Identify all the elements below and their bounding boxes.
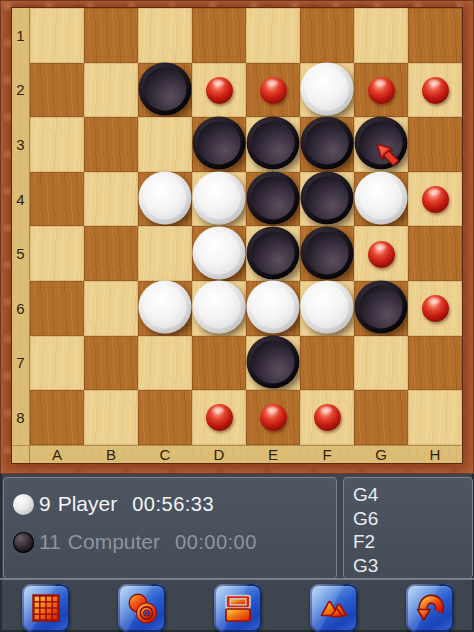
square-D6[interactable] (192, 281, 246, 336)
white-disc (301, 62, 354, 115)
square-A2[interactable] (30, 63, 84, 118)
file-label-B: B (84, 445, 138, 463)
legal-move-hint[interactable] (314, 404, 341, 431)
board-grid-button[interactable] (22, 584, 70, 632)
square-F1[interactable] (300, 8, 354, 63)
square-F2[interactable] (300, 63, 354, 118)
rank-label-5: 5 (12, 226, 30, 281)
square-E6[interactable] (246, 281, 300, 336)
square-B7[interactable] (84, 336, 138, 391)
black-disc (139, 62, 192, 115)
square-B4[interactable] (84, 172, 138, 227)
white-disc (139, 172, 192, 225)
square-H2[interactable] (408, 63, 462, 118)
square-A6[interactable] (30, 281, 84, 336)
coord-corner (12, 445, 30, 463)
square-C4[interactable] (138, 172, 192, 227)
black-disc (247, 335, 300, 388)
square-H4[interactable] (408, 172, 462, 227)
undo-arrow-icon (414, 592, 446, 624)
white-disc (139, 281, 192, 334)
square-D5[interactable] (192, 226, 246, 281)
square-A3[interactable] (30, 117, 84, 172)
legal-move-hint[interactable] (422, 77, 449, 104)
square-E8[interactable] (246, 390, 300, 445)
move-entry[interactable]: G4 (353, 483, 472, 507)
black-disc (247, 226, 300, 279)
white-disc (193, 226, 246, 279)
square-G1[interactable] (354, 8, 408, 63)
piece-count: 11 (39, 530, 61, 554)
white-disc (247, 281, 300, 334)
black-disc (355, 281, 408, 334)
square-F3[interactable] (300, 117, 354, 172)
square-F4[interactable] (300, 172, 354, 227)
file-label-H: H (408, 445, 462, 463)
square-H1[interactable] (408, 8, 462, 63)
legal-move-hint[interactable] (422, 295, 449, 322)
player-row-computer: 11Computer00:00:00 (4, 523, 336, 561)
square-E2[interactable] (246, 63, 300, 118)
black-disc (301, 172, 354, 225)
black-disc (247, 172, 300, 225)
square-C8[interactable] (138, 390, 192, 445)
player-name: Computer (68, 530, 160, 554)
square-F6[interactable] (300, 281, 354, 336)
moves-panel: G4G6F2G3 (343, 477, 473, 579)
square-H6[interactable] (408, 281, 462, 336)
legal-move-hint[interactable] (368, 77, 395, 104)
square-A5[interactable] (30, 226, 84, 281)
square-G4[interactable] (354, 172, 408, 227)
square-G7[interactable] (354, 336, 408, 391)
rank-label-1: 1 (12, 8, 30, 63)
white-disc-icon (13, 494, 34, 515)
undo-button[interactable] (406, 584, 454, 632)
square-F7[interactable] (300, 336, 354, 391)
square-G5[interactable] (354, 226, 408, 281)
square-E3[interactable] (246, 117, 300, 172)
pieces-icon (126, 592, 158, 624)
square-A4[interactable] (30, 172, 84, 227)
rank-label-4: 4 (12, 172, 30, 227)
square-H7[interactable] (408, 336, 462, 391)
white-disc (301, 281, 354, 334)
square-B1[interactable] (84, 8, 138, 63)
square-C1[interactable] (138, 8, 192, 63)
white-disc (355, 172, 408, 225)
reversi-board: 123 45678ABCDEFGH (0, 0, 474, 474)
square-F8[interactable] (300, 390, 354, 445)
black-disc-icon (13, 532, 34, 553)
black-disc (301, 117, 354, 170)
square-G6[interactable] (354, 281, 408, 336)
square-D8[interactable] (192, 390, 246, 445)
legal-move-hint[interactable] (206, 77, 233, 104)
square-B3[interactable] (84, 117, 138, 172)
legal-move-hint[interactable] (206, 404, 233, 431)
square-H5[interactable] (408, 226, 462, 281)
player-name: Player (58, 492, 118, 516)
file-label-F: F (300, 445, 354, 463)
square-B5[interactable] (84, 226, 138, 281)
legal-move-hint[interactable] (422, 186, 449, 213)
players-panel: 9Player00:56:3311Computer00:00:00 (3, 477, 337, 579)
square-A1[interactable] (30, 8, 84, 63)
square-G2[interactable] (354, 63, 408, 118)
file-label-G: G (354, 445, 408, 463)
rank-label-7: 7 (12, 336, 30, 391)
square-H3[interactable] (408, 117, 462, 172)
move-list: G4G6F2G3 (344, 478, 472, 577)
legal-move-hint[interactable] (368, 241, 395, 268)
window-icon (222, 592, 254, 624)
rank-label-8: 8 (12, 390, 30, 445)
cursor-arrow-icon (374, 141, 402, 169)
square-G3[interactable] (354, 117, 408, 172)
file-label-D: D (192, 445, 246, 463)
grid-icon (30, 592, 62, 624)
square-C2[interactable] (138, 63, 192, 118)
square-G8[interactable] (354, 390, 408, 445)
file-label-A: A (30, 445, 84, 463)
square-D7[interactable] (192, 336, 246, 391)
move-entry[interactable]: G6 (353, 507, 472, 531)
player-clock: 00:56:33 (132, 493, 214, 516)
rank-label-2: 2 (12, 63, 30, 118)
legal-move-hint[interactable] (260, 77, 287, 104)
square-E7[interactable] (246, 336, 300, 391)
square-D4[interactable] (192, 172, 246, 227)
board-grid: 123 45678ABCDEFGH (12, 8, 462, 463)
file-label-E: E (246, 445, 300, 463)
black-disc (301, 226, 354, 279)
white-disc (193, 172, 246, 225)
square-A7[interactable] (30, 336, 84, 391)
square-A8[interactable] (30, 390, 84, 445)
black-disc (247, 117, 300, 170)
square-B2[interactable] (84, 63, 138, 118)
player-clock: 00:00:00 (175, 531, 257, 554)
toolbar (0, 580, 474, 632)
black-disc (193, 117, 246, 170)
square-D2[interactable] (192, 63, 246, 118)
square-B8[interactable] (84, 390, 138, 445)
square-D3[interactable] (192, 117, 246, 172)
white-disc (193, 281, 246, 334)
piece-count: 9 (39, 492, 51, 516)
square-E4[interactable] (246, 172, 300, 227)
rank-label-3: 3 (12, 117, 30, 172)
square-C3[interactable] (138, 117, 192, 172)
file-label-C: C (138, 445, 192, 463)
square-C6[interactable] (138, 281, 192, 336)
square-C7[interactable] (138, 336, 192, 391)
square-D1[interactable] (192, 8, 246, 63)
square-E5[interactable] (246, 226, 300, 281)
pieces-style-button[interactable] (118, 584, 166, 632)
move-entry[interactable]: G3 (353, 554, 472, 578)
square-E1[interactable] (246, 8, 300, 63)
background-style-button[interactable] (310, 584, 358, 632)
square-B6[interactable] (84, 281, 138, 336)
mountains-icon (318, 592, 350, 624)
square-H8[interactable] (408, 390, 462, 445)
square-C5[interactable] (138, 226, 192, 281)
square-F5[interactable] (300, 226, 354, 281)
rank-label-6: 6 (12, 281, 30, 336)
move-entry[interactable]: F2 (353, 530, 472, 554)
legal-move-hint[interactable] (260, 404, 287, 431)
window-style-button[interactable] (214, 584, 262, 632)
player-row-player: 9Player00:56:33 (4, 485, 336, 523)
game-window: 123 45678ABCDEFGH 9Player00:56:3311Compu… (0, 0, 474, 632)
